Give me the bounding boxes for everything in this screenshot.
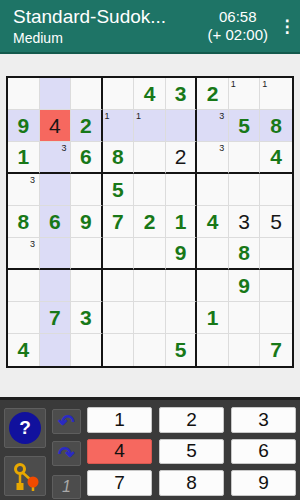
sudoku-grid: 4321194211358136823435869721435398973145… — [6, 76, 294, 368]
cell-r8c5[interactable] — [134, 302, 166, 334]
cell-r7c7[interactable] — [197, 270, 229, 302]
cell-digit: 4 — [17, 338, 29, 362]
cell-r5c3[interactable]: 9 — [71, 206, 103, 238]
branch-button[interactable] — [4, 456, 46, 496]
cell-digit: 8 — [17, 210, 29, 234]
pencil-note: 3 — [30, 239, 35, 249]
help-button[interactable]: ? — [4, 408, 46, 448]
cell-r9c4[interactable] — [103, 334, 135, 366]
cell-digit: 4 — [144, 82, 156, 106]
cell-r8c6[interactable] — [166, 302, 198, 334]
cell-r7c8[interactable]: 9 — [229, 270, 261, 302]
cell-r5c9[interactable]: 5 — [260, 206, 292, 238]
cell-r6c9[interactable] — [260, 238, 292, 270]
cell-digit: 4 — [207, 210, 219, 234]
cell-r6c2[interactable] — [40, 238, 72, 270]
cell-r6c4[interactable] — [103, 238, 135, 270]
cell-r7c3[interactable] — [71, 270, 103, 302]
cell-r5c2[interactable]: 6 — [40, 206, 72, 238]
cell-r2c1[interactable]: 9 — [8, 110, 40, 142]
pencil-note: 3 — [30, 175, 35, 185]
cell-r5c6[interactable]: 1 — [166, 206, 198, 238]
sudoku-app: Standard-Sudok... Medium 06:58 (+ 02:00)… — [0, 0, 300, 500]
input-mode-button[interactable]: 1 — [52, 475, 81, 499]
cell-r2c2[interactable]: 4 — [40, 110, 72, 142]
cell-r6c8[interactable]: 8 — [229, 238, 261, 270]
cell-r6c1[interactable]: 3 — [8, 238, 40, 270]
cell-r9c3[interactable] — [71, 334, 103, 366]
numpad-6[interactable]: 6 — [231, 439, 296, 465]
cell-r1c9[interactable]: 1 — [260, 78, 292, 110]
cell-r5c8[interactable]: 3 — [229, 206, 261, 238]
pencil-note: 1 — [262, 79, 267, 89]
numpad-8[interactable]: 8 — [159, 470, 224, 496]
cell-r1c1[interactable] — [8, 78, 40, 110]
title-block: Standard-Sudok... Medium — [0, 6, 208, 46]
cell-digit: 8 — [112, 145, 124, 169]
cell-r4c7[interactable] — [197, 174, 229, 206]
cell-r8c3[interactable]: 3 — [71, 302, 103, 334]
cell-r6c6[interactable]: 9 — [166, 238, 198, 270]
cell-digit: 1 — [207, 306, 219, 330]
cell-r3c7[interactable]: 3 — [197, 142, 229, 174]
cell-r4c6[interactable] — [166, 174, 198, 206]
pencil-note: 3 — [219, 111, 224, 121]
cell-r3c8[interactable] — [229, 142, 261, 174]
cell-r8c7[interactable]: 1 — [197, 302, 229, 334]
numpad-2[interactable]: 2 — [159, 407, 224, 433]
cell-r3c3[interactable]: 6 — [71, 142, 103, 174]
cell-r6c5[interactable] — [134, 238, 166, 270]
pencil-note: 1 — [136, 111, 141, 121]
cell-r9c6[interactable]: 5 — [166, 334, 198, 366]
cell-r7c4[interactable] — [103, 270, 135, 302]
numpad-3[interactable]: 3 — [231, 407, 296, 433]
cell-r2c4[interactable]: 1 — [103, 110, 135, 142]
cell-r8c4[interactable] — [103, 302, 135, 334]
cell-digit: 7 — [270, 338, 282, 362]
cell-r8c1[interactable] — [8, 302, 40, 334]
cell-r7c9[interactable] — [260, 270, 292, 302]
numpad-4[interactable]: 4 — [87, 439, 152, 465]
cell-r4c9[interactable] — [260, 174, 292, 206]
timer-elapsed: 06:58 — [208, 8, 268, 26]
cell-digit: 9 — [80, 210, 92, 234]
cell-digit: 1 — [17, 145, 29, 169]
numpad: 123456789 — [87, 407, 296, 496]
cell-digit: 5 — [175, 338, 187, 362]
cell-r1c2[interactable] — [40, 78, 72, 110]
branch-icon — [9, 460, 41, 492]
cell-digit: 2 — [80, 114, 92, 138]
redo-icon: ↷ — [58, 444, 75, 464]
cell-digit: 5 — [112, 178, 124, 202]
cell-r4c5[interactable] — [134, 174, 166, 206]
difficulty-label: Medium — [13, 30, 208, 46]
cell-digit: 6 — [49, 210, 61, 234]
cell-digit: 3 — [175, 82, 187, 106]
undo-button[interactable]: ↶ — [52, 409, 81, 434]
cell-digit: 5 — [238, 114, 250, 138]
cell-r4c4[interactable]: 5 — [103, 174, 135, 206]
cell-r8c9[interactable] — [260, 302, 292, 334]
redo-button[interactable]: ↷ — [52, 441, 81, 466]
cell-digit: 8 — [270, 114, 282, 138]
pencil-note: 3 — [62, 143, 67, 153]
cell-r7c2[interactable] — [40, 270, 72, 302]
cell-r3c2[interactable]: 3 — [40, 142, 72, 174]
cell-r2c6[interactable] — [166, 110, 198, 142]
cell-digit: 3 — [80, 306, 92, 330]
cell-r2c3[interactable]: 2 — [71, 110, 103, 142]
cell-r8c8[interactable] — [229, 302, 261, 334]
cell-r5c4[interactable]: 7 — [103, 206, 135, 238]
cell-r5c7[interactable]: 4 — [197, 206, 229, 238]
cell-r1c6[interactable]: 3 — [166, 78, 198, 110]
numpad-1[interactable]: 1 — [87, 407, 152, 433]
cell-r4c3[interactable] — [71, 174, 103, 206]
cell-r9c2[interactable] — [40, 334, 72, 366]
cell-r9c5[interactable] — [134, 334, 166, 366]
cell-r9c7[interactable] — [197, 334, 229, 366]
pencil-note: 3 — [219, 143, 224, 153]
cell-digit: 9 — [17, 114, 29, 138]
cell-r3c4[interactable]: 8 — [103, 142, 135, 174]
pencil-note: 1 — [104, 111, 109, 121]
control-panel: ? ↶ ↷ 1 123456789 — [0, 397, 300, 500]
cell-r1c3[interactable] — [71, 78, 103, 110]
cell-r9c1[interactable]: 4 — [8, 334, 40, 366]
numpad-7[interactable]: 7 — [87, 470, 152, 496]
cell-r2c8[interactable]: 5 — [229, 110, 261, 142]
cell-r5c1[interactable]: 8 — [8, 206, 40, 238]
cell-r3c1[interactable]: 1 — [8, 142, 40, 174]
cell-r7c5[interactable] — [134, 270, 166, 302]
cell-digit: 1 — [175, 210, 187, 234]
cell-r3c9[interactable]: 4 — [260, 142, 292, 174]
cell-r2c5[interactable]: 1 — [134, 110, 166, 142]
cell-r4c2[interactable] — [40, 174, 72, 206]
input-mode-label: 1 — [62, 478, 71, 496]
cell-r2c9[interactable]: 8 — [260, 110, 292, 142]
cell-digit: 9 — [175, 241, 187, 265]
overflow-menu-icon[interactable]: ⋮ — [274, 16, 300, 37]
cell-r2c7[interactable]: 3 — [197, 110, 229, 142]
cell-r4c1[interactable]: 3 — [8, 174, 40, 206]
cell-digit: 2 — [175, 145, 187, 169]
cell-r7c1[interactable] — [8, 270, 40, 302]
cell-r3c5[interactable] — [134, 142, 166, 174]
board-area: 4321194211358136823435869721435398973145… — [0, 54, 300, 397]
cell-r3c6[interactable]: 2 — [166, 142, 198, 174]
cell-digit: 4 — [49, 114, 61, 138]
cell-digit: 6 — [80, 145, 92, 169]
timer: 06:58 (+ 02:00) — [208, 8, 274, 44]
question-mark-icon: ? — [9, 412, 41, 444]
cell-digit: 9 — [238, 274, 250, 298]
undo-icon: ↶ — [58, 412, 75, 432]
app-bar: Standard-Sudok... Medium 06:58 (+ 02:00)… — [0, 0, 300, 54]
cell-r6c7[interactable] — [197, 238, 229, 270]
numpad-5[interactable]: 5 — [159, 439, 224, 465]
cell-r1c7[interactable]: 2 — [197, 78, 229, 110]
cell-digit: 7 — [112, 210, 124, 234]
cell-digit: 3 — [238, 210, 250, 234]
cell-r1c5[interactable]: 4 — [134, 78, 166, 110]
cell-r8c2[interactable]: 7 — [40, 302, 72, 334]
numpad-9[interactable]: 9 — [231, 470, 296, 496]
cell-digit: 5 — [270, 210, 282, 234]
cell-digit: 4 — [270, 145, 282, 169]
cell-r4c8[interactable] — [229, 174, 261, 206]
cell-r6c3[interactable] — [71, 238, 103, 270]
cell-r1c8[interactable]: 1 — [229, 78, 261, 110]
cell-digit: 8 — [238, 241, 250, 265]
cell-r5c5[interactable]: 2 — [134, 206, 166, 238]
cell-digit: 2 — [144, 210, 156, 234]
cell-digit: 7 — [49, 306, 61, 330]
cell-r9c9[interactable]: 7 — [260, 334, 292, 366]
timer-penalty: (+ 02:00) — [208, 26, 268, 44]
cell-r9c8[interactable] — [229, 334, 261, 366]
app-title: Standard-Sudok... — [13, 6, 208, 28]
pencil-note: 1 — [231, 79, 236, 89]
cell-digit: 2 — [207, 82, 219, 106]
cell-r1c4[interactable] — [103, 78, 135, 110]
cell-r7c6[interactable] — [166, 270, 198, 302]
